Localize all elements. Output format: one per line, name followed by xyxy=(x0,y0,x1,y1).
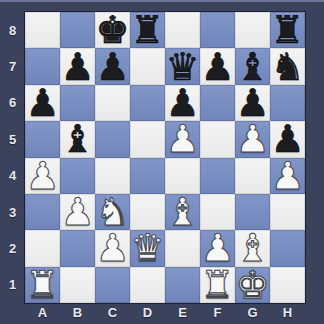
square-c6[interactable] xyxy=(95,85,130,121)
square-f8[interactable] xyxy=(200,12,235,48)
square-f3[interactable] xyxy=(200,194,235,230)
square-g8[interactable] xyxy=(235,12,270,48)
square-b2[interactable] xyxy=(60,230,95,266)
frame-top-highlight xyxy=(0,0,324,2)
square-d7[interactable] xyxy=(130,48,165,84)
white-knight-c3[interactable]: ♞ xyxy=(95,194,129,230)
square-g6[interactable]: ♟ xyxy=(235,85,270,121)
square-h3[interactable] xyxy=(270,194,305,230)
square-g5[interactable]: ♟ xyxy=(235,121,270,157)
square-f4[interactable] xyxy=(200,158,235,194)
square-a8[interactable] xyxy=(25,12,60,48)
rank-label-8: 8 xyxy=(0,12,25,48)
square-f1[interactable]: ♜ xyxy=(200,267,235,303)
square-a1[interactable]: ♜ xyxy=(25,267,60,303)
black-king-c8[interactable]: ♚ xyxy=(95,12,129,48)
white-rook-f1[interactable]: ♜ xyxy=(200,267,234,303)
file-label-d: D xyxy=(130,302,165,322)
black-pawn-g6[interactable]: ♟ xyxy=(235,85,269,121)
square-d1[interactable] xyxy=(130,267,165,303)
square-d3[interactable] xyxy=(130,194,165,230)
square-a4[interactable]: ♟ xyxy=(25,158,60,194)
square-a6[interactable]: ♟ xyxy=(25,85,60,121)
square-e6[interactable]: ♟ xyxy=(165,85,200,121)
white-pawn-c2[interactable]: ♟ xyxy=(95,230,129,266)
black-bishop-g7[interactable]: ♝ xyxy=(235,49,269,85)
square-h6[interactable] xyxy=(270,85,305,121)
file-labels: ABCDEFGH xyxy=(25,302,305,322)
square-c2[interactable]: ♟ xyxy=(95,230,130,266)
rank-label-1: 1 xyxy=(0,267,25,303)
square-c5[interactable] xyxy=(95,121,130,157)
square-a3[interactable] xyxy=(25,194,60,230)
rank-label-3: 3 xyxy=(0,194,25,230)
square-b4[interactable] xyxy=(60,158,95,194)
square-b1[interactable] xyxy=(60,267,95,303)
square-h1[interactable] xyxy=(270,267,305,303)
rank-label-7: 7 xyxy=(0,48,25,84)
square-a7[interactable] xyxy=(25,48,60,84)
square-g3[interactable] xyxy=(235,194,270,230)
square-d8[interactable]: ♜ xyxy=(130,12,165,48)
file-label-b: B xyxy=(60,302,95,322)
square-e1[interactable] xyxy=(165,267,200,303)
rank-labels: 87654321 xyxy=(0,12,25,303)
black-pawn-b7[interactable]: ♟ xyxy=(60,49,94,85)
file-label-g: G xyxy=(235,302,270,322)
square-h4[interactable]: ♟ xyxy=(270,158,305,194)
white-pawn-f2[interactable]: ♟ xyxy=(200,230,234,266)
rank-label-5: 5 xyxy=(0,121,25,157)
square-f7[interactable]: ♟ xyxy=(200,48,235,84)
black-queen-e7[interactable]: ♛ xyxy=(165,49,199,85)
square-d4[interactable] xyxy=(130,158,165,194)
square-c3[interactable]: ♞ xyxy=(95,194,130,230)
square-e7[interactable]: ♛ xyxy=(165,48,200,84)
chess-board: ♚♜♜♟♟♛♟♝♞♟♟♟♝♟♟♟♟♟♟♞♝♟♛♟♝♜♜♚ xyxy=(25,12,305,303)
file-label-e: E xyxy=(165,302,200,322)
white-rook-a1[interactable]: ♜ xyxy=(25,267,59,303)
square-b7[interactable]: ♟ xyxy=(60,48,95,84)
black-rook-d8[interactable]: ♜ xyxy=(130,12,164,48)
square-g4[interactable] xyxy=(235,158,270,194)
square-b3[interactable]: ♟ xyxy=(60,194,95,230)
file-label-f: F xyxy=(200,302,235,322)
square-g1[interactable]: ♚ xyxy=(235,267,270,303)
square-c1[interactable] xyxy=(95,267,130,303)
rank-label-4: 4 xyxy=(0,158,25,194)
square-h2[interactable] xyxy=(270,230,305,266)
file-label-h: H xyxy=(270,302,305,322)
white-pawn-a4[interactable]: ♟ xyxy=(25,158,59,194)
white-pawn-e5[interactable]: ♟ xyxy=(165,121,199,157)
white-bishop-g2[interactable]: ♝ xyxy=(235,230,269,266)
square-f5[interactable] xyxy=(200,121,235,157)
square-e4[interactable] xyxy=(165,158,200,194)
square-d2[interactable]: ♛ xyxy=(130,230,165,266)
square-g2[interactable]: ♝ xyxy=(235,230,270,266)
square-g7[interactable]: ♝ xyxy=(235,48,270,84)
black-pawn-h5[interactable]: ♟ xyxy=(270,121,304,157)
square-h8[interactable]: ♜ xyxy=(270,12,305,48)
square-d6[interactable] xyxy=(130,85,165,121)
square-e8[interactable] xyxy=(165,12,200,48)
square-b5[interactable]: ♝ xyxy=(60,121,95,157)
black-pawn-a6[interactable]: ♟ xyxy=(25,85,59,121)
square-b6[interactable] xyxy=(60,85,95,121)
square-a5[interactable] xyxy=(25,121,60,157)
square-f6[interactable] xyxy=(200,85,235,121)
black-rook-h8[interactable]: ♜ xyxy=(270,12,304,48)
square-e2[interactable] xyxy=(165,230,200,266)
board-frame: 87654321 ♚♜♜♟♟♛♟♝♞♟♟♟♝♟♟♟♟♟♟♞♝♟♛♟♝♜♜♚ AB… xyxy=(0,0,324,324)
white-pawn-b3[interactable]: ♟ xyxy=(60,194,94,230)
white-king-g1[interactable]: ♚ xyxy=(235,267,269,303)
square-f2[interactable]: ♟ xyxy=(200,230,235,266)
black-pawn-c7[interactable]: ♟ xyxy=(95,49,129,85)
square-h5[interactable]: ♟ xyxy=(270,121,305,157)
square-a2[interactable] xyxy=(25,230,60,266)
rank-label-2: 2 xyxy=(0,230,25,266)
black-pawn-e6[interactable]: ♟ xyxy=(165,85,199,121)
white-pawn-g5[interactable]: ♟ xyxy=(235,121,269,157)
square-e5[interactable]: ♟ xyxy=(165,121,200,157)
file-label-c: C xyxy=(95,302,130,322)
black-pawn-f7[interactable]: ♟ xyxy=(200,49,234,85)
square-d5[interactable] xyxy=(130,121,165,157)
square-c4[interactable] xyxy=(95,158,130,194)
square-c7[interactable]: ♟ xyxy=(95,48,130,84)
rank-label-6: 6 xyxy=(0,85,25,121)
white-bishop-e3[interactable]: ♝ xyxy=(165,194,199,230)
square-c8[interactable]: ♚ xyxy=(95,12,130,48)
black-bishop-b5[interactable]: ♝ xyxy=(60,121,94,157)
white-queen-d2[interactable]: ♛ xyxy=(130,230,164,266)
square-b8[interactable] xyxy=(60,12,95,48)
black-knight-h7[interactable]: ♞ xyxy=(270,49,304,85)
square-h7[interactable]: ♞ xyxy=(270,48,305,84)
file-label-a: A xyxy=(25,302,60,322)
white-pawn-h4[interactable]: ♟ xyxy=(270,158,304,194)
square-e3[interactable]: ♝ xyxy=(165,194,200,230)
